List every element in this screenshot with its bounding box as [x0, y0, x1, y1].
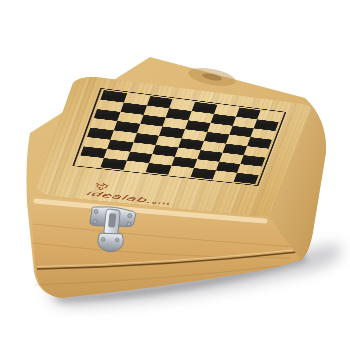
- screw-icon: [94, 209, 99, 214]
- latch-hook: [97, 232, 124, 254]
- screw-icon: [93, 219, 98, 224]
- board-square: [234, 173, 259, 184]
- logo-small-text: gift: [152, 201, 172, 206]
- chess-board-grid: [77, 90, 282, 184]
- chess-board: [72, 88, 286, 186]
- screw-icon: [128, 213, 133, 218]
- latch-slot: [108, 213, 116, 228]
- screw-icon: [115, 238, 119, 242]
- screw-icon: [101, 238, 105, 242]
- product-photo-chess-box: idealab.gift: [0, 0, 350, 350]
- screw-icon: [127, 222, 132, 227]
- latch: [78, 202, 144, 268]
